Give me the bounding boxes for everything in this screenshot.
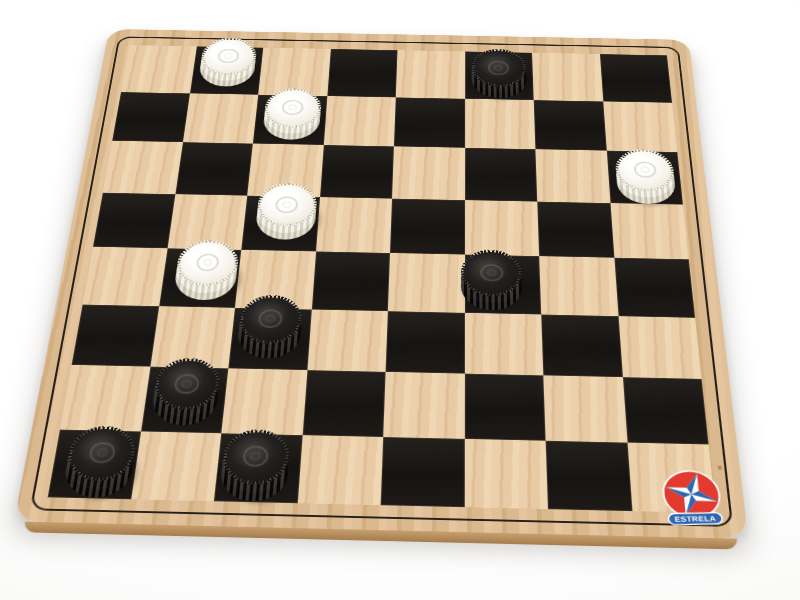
- square-r6c4[interactable]: [307, 309, 388, 372]
- black-checker-top-face: [464, 252, 519, 295]
- square-r2c7[interactable]: [534, 100, 607, 151]
- square-r1c8[interactable]: [599, 54, 672, 102]
- brand-name-text: ESTRELA: [674, 514, 717, 523]
- square-r4c7[interactable]: [537, 201, 614, 257]
- square-r5c5[interactable]: [388, 253, 465, 312]
- square-r8c4[interactable]: [297, 435, 383, 505]
- black-checker-r1c6[interactable]: [471, 60, 527, 99]
- square-r5c1[interactable]: [83, 247, 167, 306]
- black-checker-r7c2[interactable]: [149, 373, 220, 426]
- square-r2c6[interactable]: [465, 98, 536, 149]
- square-r4c5[interactable]: [390, 198, 465, 254]
- square-r7c7[interactable]: [543, 375, 627, 442]
- white-checker-r3c8[interactable]: [615, 161, 677, 204]
- square-r5c8[interactable]: [614, 258, 695, 318]
- square-r3c6[interactable]: [465, 148, 538, 201]
- square-r6c8[interactable]: [618, 316, 702, 379]
- square-r8c5[interactable]: [381, 437, 465, 508]
- black-checker-top: [471, 49, 526, 88]
- white-checker-top-face: [617, 151, 672, 190]
- registered-trademark: ®: [717, 465, 723, 471]
- square-r2c8[interactable]: [603, 101, 678, 152]
- white-checker-r5c2[interactable]: [172, 253, 238, 301]
- black-checker-top-face: [474, 51, 524, 86]
- square-r6c1[interactable]: [72, 304, 159, 366]
- white-checker-top-face: [259, 185, 315, 225]
- square-r2c1[interactable]: [112, 92, 189, 142]
- square-r4c6[interactable]: [465, 200, 540, 256]
- square-r1c1[interactable]: [121, 45, 196, 93]
- square-r7c6[interactable]: [464, 374, 545, 441]
- board-grid: ESTRELA ®: [48, 45, 716, 513]
- square-r1c5[interactable]: [396, 50, 465, 98]
- square-r5c4[interactable]: [311, 251, 390, 310]
- square-r6c6[interactable]: [464, 312, 543, 375]
- black-checker-r6c3[interactable]: [236, 309, 303, 359]
- square-r6c7[interactable]: [541, 314, 622, 377]
- square-r1c7[interactable]: [532, 53, 603, 101]
- square-r8c6[interactable]: [464, 438, 548, 509]
- square-r4c1[interactable]: [93, 192, 175, 248]
- square-r3c7[interactable]: [535, 149, 610, 203]
- square-r6c5[interactable]: [386, 311, 465, 374]
- square-r2c2[interactable]: [182, 93, 258, 143]
- white-checker-top-face: [178, 242, 237, 284]
- black-checker-r8c1[interactable]: [62, 441, 137, 498]
- black-checker-top-face: [241, 297, 301, 342]
- black-checker-r8c3[interactable]: [218, 445, 289, 502]
- square-r4c4[interactable]: [316, 197, 392, 253]
- square-r4c8[interactable]: [610, 203, 689, 260]
- square-r2c5[interactable]: [394, 97, 465, 148]
- white-checker-top-face: [266, 90, 319, 126]
- white-checker-top-face: [202, 39, 255, 73]
- square-r8c2[interactable]: [131, 431, 222, 501]
- square-r7c4[interactable]: [302, 370, 385, 436]
- square-r3c2[interactable]: [175, 142, 253, 195]
- square-r8c7[interactable]: [546, 440, 632, 511]
- square-r7c5[interactable]: [383, 372, 464, 439]
- square-r1c4[interactable]: [327, 49, 398, 97]
- square-r5c7[interactable]: [539, 256, 618, 316]
- product-photo-background: ESTRELA ®: [0, 0, 800, 600]
- checkers-board: ESTRELA ®: [14, 29, 748, 539]
- estrela-logo: ESTRELA ®: [656, 468, 728, 528]
- white-checker-r1c2[interactable]: [197, 48, 256, 87]
- square-r7c3[interactable]: [221, 368, 307, 434]
- black-checker-top-face: [223, 431, 287, 482]
- square-r2c4[interactable]: [323, 96, 395, 147]
- square-r7c1[interactable]: [60, 365, 150, 431]
- square-r3c4[interactable]: [320, 145, 394, 198]
- white-checker-r4c3[interactable]: [254, 195, 317, 240]
- black-checker-top-face: [155, 360, 218, 407]
- square-r7c8[interactable]: [622, 377, 708, 444]
- white-checker-r2c3[interactable]: [262, 99, 322, 140]
- square-r3c5[interactable]: [392, 146, 465, 199]
- black-checker-r5c6[interactable]: [461, 263, 523, 311]
- estrela-star-icon: ESTRELA: [656, 468, 728, 528]
- square-r3c1[interactable]: [103, 141, 183, 194]
